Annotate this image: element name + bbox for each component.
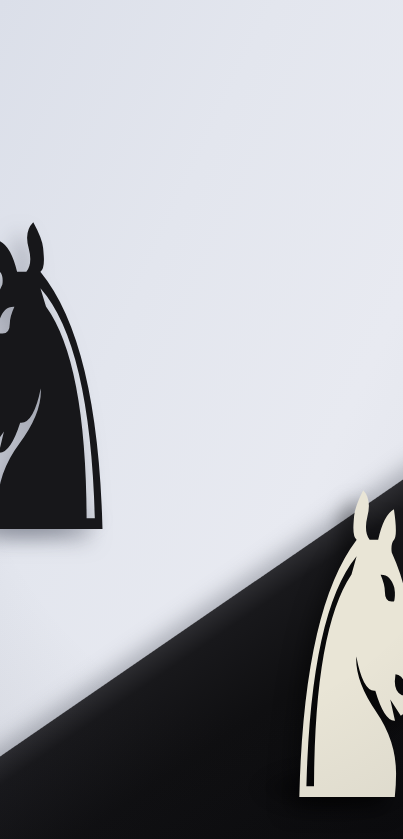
black-knight-cast-shadow: [0, 486, 130, 552]
photo-scene: ♞ ♞: [0, 0, 403, 839]
